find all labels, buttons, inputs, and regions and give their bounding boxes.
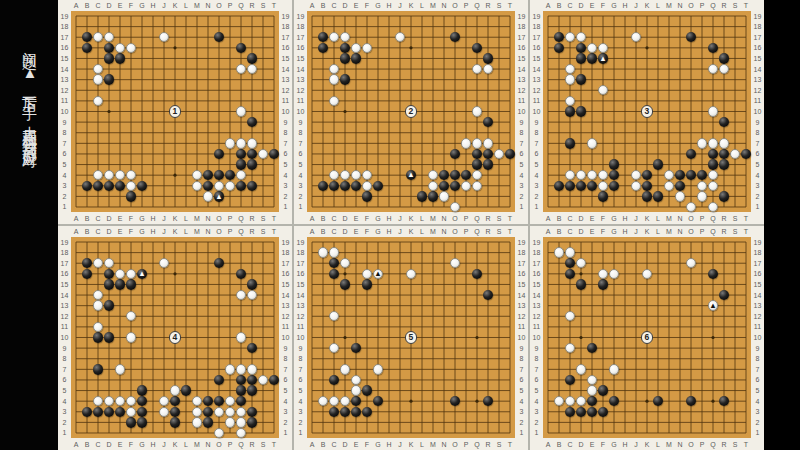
black-stone-C10 (565, 106, 575, 116)
coord-number-right: 5 (516, 161, 527, 168)
coord-letter-top: B (554, 228, 564, 235)
white-stone-Q3 (708, 181, 718, 191)
coord-letter-bottom: G (609, 441, 619, 448)
coord-number-left: 14 (531, 66, 542, 73)
coord-letter-top: M (192, 228, 202, 235)
black-stone-C3 (329, 181, 339, 191)
coord-letter-bottom: A (71, 215, 81, 222)
coord-letter-bottom: D (340, 215, 350, 222)
coord-number-left: 17 (59, 34, 70, 41)
coord-letter-bottom: E (587, 441, 597, 448)
coord-letter-top: O (214, 2, 224, 9)
black-stone-D13 (104, 300, 114, 310)
coord-letter-bottom: D (340, 441, 350, 448)
coord-letter-bottom: M (192, 441, 202, 448)
white-stone-E7 (115, 364, 125, 374)
coord-number-left: 9 (59, 119, 70, 126)
coord-letter-top: M (664, 228, 674, 235)
coord-number-right: 4 (752, 172, 763, 179)
coord-letter-top: M (664, 2, 674, 9)
black-stone-B3 (82, 407, 92, 417)
coord-letter-top: K (642, 228, 652, 235)
coord-letter-bottom: R (483, 215, 493, 222)
coord-number-right: 2 (280, 193, 291, 200)
coord-number-left: 18 (295, 23, 306, 30)
coord-number-left: 9 (531, 119, 542, 126)
white-stone-N2 (439, 191, 449, 201)
coord-number-left: 6 (59, 150, 70, 157)
coord-number-right: 13 (516, 76, 527, 83)
coord-number-right: 17 (280, 34, 291, 41)
white-stone-Q13: ▲ (708, 300, 718, 310)
coord-number-right: 6 (280, 376, 291, 383)
coord-letter-top: H (620, 228, 630, 235)
coord-number-left: 3 (59, 182, 70, 189)
triangle-mark: ▲ (598, 53, 608, 63)
black-stone-F15 (126, 279, 136, 289)
white-stone-M3 (192, 407, 202, 417)
white-stone-F3 (362, 181, 372, 191)
coord-number-left: 17 (295, 260, 306, 267)
coord-number-right: 11 (280, 97, 291, 104)
coord-letter-bottom: G (137, 215, 147, 222)
coord-letter-bottom: P (461, 215, 471, 222)
coord-letter-top: E (587, 2, 597, 9)
black-stone-N3 (439, 181, 449, 191)
coord-letter-top: D (340, 228, 350, 235)
coord-number-right: 10 (516, 334, 527, 341)
coord-number-left: 14 (59, 292, 70, 299)
black-stone-E3 (587, 181, 597, 191)
white-stone-C13 (93, 300, 103, 310)
white-stone-Q3 (472, 181, 482, 191)
coord-number-right: 14 (280, 66, 291, 73)
white-stone-R7 (483, 138, 493, 148)
coord-letter-bottom: S (494, 215, 504, 222)
coord-number-left: 13 (531, 302, 542, 309)
coord-number-left: 17 (531, 260, 542, 267)
coord-number-left: 14 (531, 292, 542, 299)
coord-letter-bottom: G (373, 441, 383, 448)
coord-number-right: 10 (516, 108, 527, 115)
coord-number-right: 6 (516, 376, 527, 383)
coord-number-left: 13 (531, 76, 542, 83)
black-stone-R5 (719, 159, 729, 169)
coord-letter-bottom: L (653, 441, 663, 448)
coord-letter-top: R (719, 228, 729, 235)
black-stone-R5 (247, 159, 257, 169)
coord-number-left: 7 (59, 366, 70, 373)
coord-letter-top: P (225, 228, 235, 235)
coord-letter-top: B (318, 228, 328, 235)
coord-letter-bottom: F (126, 441, 136, 448)
black-stone-E3 (115, 181, 125, 191)
black-stone-F3 (362, 407, 372, 417)
coord-letter-bottom: N (675, 441, 685, 448)
coord-letter-top: E (115, 2, 125, 9)
coord-letter-bottom: K (642, 215, 652, 222)
coord-letter-bottom: D (104, 441, 114, 448)
coord-letter-bottom: C (93, 441, 103, 448)
coord-letter-top: M (428, 2, 438, 9)
board-wood: ▲5 (307, 237, 515, 438)
coord-letter-bottom: C (565, 215, 575, 222)
coord-number-right: 2 (752, 419, 763, 426)
coord-letter-top: H (620, 2, 630, 9)
coord-letter-top: Q (236, 228, 246, 235)
coord-number-right: 5 (752, 161, 763, 168)
black-stone-F2 (598, 191, 608, 201)
coord-letter-bottom: S (258, 215, 268, 222)
black-stone-E15 (351, 53, 361, 63)
coord-letter-bottom: R (483, 441, 493, 448)
coord-letter-bottom: B (82, 441, 92, 448)
coord-number-right: 12 (516, 87, 527, 94)
black-stone-L5 (653, 159, 663, 169)
coord-number-left: 10 (531, 334, 542, 341)
board-wood: ▲1 (71, 11, 279, 212)
coord-letter-bottom: J (159, 215, 169, 222)
coord-letter-top: S (494, 2, 504, 9)
black-stone-R2 (719, 191, 729, 201)
coord-letter-top: G (609, 228, 619, 235)
problem-text: 问题：▲后下一手 大局观练习与局部应对 (20, 40, 39, 144)
go-board-4: AA1919BB1818CC1717DD1616EE1515FF1414GG13… (58, 226, 292, 450)
coord-letter-top: N (675, 2, 685, 9)
coord-letter-bottom: K (170, 441, 180, 448)
black-stone-F5 (362, 385, 372, 395)
coord-number-right: 7 (516, 140, 527, 147)
coord-number-left: 2 (531, 419, 542, 426)
black-stone-R2 (247, 417, 257, 427)
coord-letter-top: B (82, 228, 92, 235)
coord-letter-bottom: P (225, 441, 235, 448)
coord-number-right: 16 (516, 270, 527, 277)
coord-number-right: 17 (752, 260, 763, 267)
white-stone-O3 (214, 407, 224, 417)
coord-number-left: 8 (531, 355, 542, 362)
coord-letter-top: D (104, 2, 114, 9)
coord-number-left: 3 (531, 182, 542, 189)
coord-letter-bottom: F (598, 215, 608, 222)
coord-number-right: 2 (516, 193, 527, 200)
black-stone-E15 (115, 279, 125, 289)
coord-number-right: 6 (280, 150, 291, 157)
coord-number-right: 1 (752, 203, 763, 210)
coord-number-right: 14 (516, 292, 527, 299)
black-stone-L5 (181, 385, 191, 395)
coord-letter-top: O (686, 2, 696, 9)
coord-letter-bottom: B (318, 441, 328, 448)
coord-number-right: 19 (516, 239, 527, 246)
coord-number-right: 4 (280, 398, 291, 405)
black-stone-O3 (450, 181, 460, 191)
white-stone-B18 (554, 247, 564, 257)
coord-number-right: 15 (752, 281, 763, 288)
coord-number-right: 4 (752, 398, 763, 405)
coord-letter-bottom: O (686, 441, 696, 448)
coord-letter-bottom: P (461, 441, 471, 448)
coord-number-left: 9 (295, 345, 306, 352)
coord-number-left: 12 (59, 313, 70, 320)
coord-number-right: 9 (752, 119, 763, 126)
coord-number-left: 19 (531, 239, 542, 246)
coord-letter-bottom: S (730, 215, 740, 222)
coord-letter-top: L (181, 228, 191, 235)
coord-number-right: 10 (280, 334, 291, 341)
coord-number-right: 2 (516, 419, 527, 426)
diagram-number-1: 1 (169, 105, 182, 118)
coord-number-left: 10 (531, 108, 542, 115)
black-stone-N3 (203, 181, 213, 191)
coord-number-right: 15 (516, 281, 527, 288)
black-stone-D3 (340, 181, 350, 191)
coord-number-left: 14 (295, 292, 306, 299)
coord-number-left: 6 (295, 150, 306, 157)
coord-number-left: 10 (59, 334, 70, 341)
coord-number-left: 12 (59, 87, 70, 94)
white-stone-P3 (697, 181, 707, 191)
coord-letter-top: O (450, 228, 460, 235)
white-stone-P3 (225, 181, 235, 191)
coord-letter-top: P (461, 228, 471, 235)
coord-number-right: 3 (516, 182, 527, 189)
coord-letter-top: C (565, 2, 575, 9)
black-stone-F2 (126, 191, 136, 201)
coord-number-left: 9 (531, 345, 542, 352)
coord-number-right: 5 (280, 387, 291, 394)
coord-letter-bottom: P (697, 215, 707, 222)
coord-letter-bottom: T (741, 215, 751, 222)
coord-letter-bottom: H (148, 441, 158, 448)
coord-number-right: 16 (752, 270, 763, 277)
black-stone-O2: ▲ (214, 191, 224, 201)
coord-number-right: 15 (516, 55, 527, 62)
coord-number-left: 2 (531, 193, 542, 200)
coord-letter-top: P (697, 2, 707, 9)
coord-number-right: 17 (516, 260, 527, 267)
black-stone-D3 (340, 407, 350, 417)
coord-number-left: 15 (59, 55, 70, 62)
coord-number-right: 15 (752, 55, 763, 62)
coord-number-left: 12 (531, 87, 542, 94)
coord-letter-top: S (494, 228, 504, 235)
coord-letter-bottom: Q (472, 215, 482, 222)
white-stone-C18 (565, 247, 575, 257)
coord-letter-top: P (461, 2, 471, 9)
coord-number-left: 12 (295, 87, 306, 94)
coord-number-right: 10 (752, 334, 763, 341)
coord-number-right: 8 (752, 355, 763, 362)
white-stone-Q7 (236, 364, 246, 374)
coord-number-right: 2 (752, 193, 763, 200)
coord-letter-top: B (82, 2, 92, 9)
coord-number-right: 10 (280, 108, 291, 115)
board-wood: ▲2 (307, 11, 515, 212)
white-stone-P7 (697, 138, 707, 148)
coord-letter-top: T (269, 2, 279, 9)
coord-letter-top: R (719, 2, 729, 9)
coord-number-left: 5 (531, 161, 542, 168)
coord-number-right: 17 (280, 260, 291, 267)
black-stone-N2 (203, 417, 213, 427)
black-stone-C3 (329, 407, 339, 417)
black-stone-C7 (565, 138, 575, 148)
board-wood: ▲6 (543, 237, 751, 438)
coord-letter-top: F (598, 228, 608, 235)
coord-letter-top: S (258, 228, 268, 235)
coord-letter-bottom: E (351, 441, 361, 448)
coord-number-right: 11 (516, 323, 527, 330)
black-stone-D15 (576, 279, 586, 289)
black-stone-D13 (104, 74, 114, 84)
black-stone-D3 (576, 407, 586, 417)
coord-letter-bottom: Q (236, 215, 246, 222)
coord-letter-top: A (71, 2, 81, 9)
coord-number-left: 10 (59, 108, 70, 115)
coord-letter-bottom: P (225, 215, 235, 222)
coord-number-right: 19 (752, 239, 763, 246)
coord-letter-bottom: S (730, 441, 740, 448)
white-stone-G7 (373, 364, 383, 374)
coord-letter-top: Q (236, 2, 246, 9)
coord-number-left: 15 (531, 55, 542, 62)
coord-letter-bottom: E (351, 215, 361, 222)
coord-number-right: 8 (516, 355, 527, 362)
coord-number-right: 3 (280, 408, 291, 415)
coord-letter-top: S (258, 2, 268, 9)
coord-number-right: 4 (280, 172, 291, 179)
coord-letter-top: D (576, 2, 586, 9)
coord-letter-top: N (439, 2, 449, 9)
coord-number-left: 1 (59, 429, 70, 436)
coord-number-right: 3 (752, 182, 763, 189)
coord-letter-bottom: T (741, 441, 751, 448)
coord-number-right: 8 (516, 129, 527, 136)
coord-letter-bottom: O (686, 215, 696, 222)
coord-letter-bottom: O (214, 441, 224, 448)
go-board-2: AA1919BB1818CC1717DD1616EE1515FF1414GG13… (294, 0, 528, 224)
coord-number-right: 7 (280, 140, 291, 147)
coord-number-left: 9 (59, 345, 70, 352)
white-stone-M3 (428, 181, 438, 191)
coord-number-left: 14 (295, 66, 306, 73)
coord-number-left: 8 (295, 129, 306, 136)
coord-letter-bottom: C (329, 441, 339, 448)
coord-letter-bottom: L (417, 215, 427, 222)
coord-number-right: 10 (752, 108, 763, 115)
coord-number-right: 1 (752, 429, 763, 436)
coord-letter-bottom: R (247, 215, 257, 222)
black-stone-D15 (104, 53, 114, 63)
coord-number-left: 3 (531, 408, 542, 415)
coord-number-right: 18 (752, 23, 763, 30)
coord-number-left: 3 (295, 408, 306, 415)
coord-number-left: 1 (531, 203, 542, 210)
black-stone-D13 (340, 74, 350, 84)
black-stone-N3 (203, 407, 213, 417)
black-stone-C3 (93, 407, 103, 417)
coord-number-right: 12 (752, 313, 763, 320)
black-stone-R15 (247, 279, 257, 289)
coord-letter-bottom: H (148, 215, 158, 222)
coord-number-left: 11 (59, 323, 70, 330)
coord-number-left: 6 (59, 376, 70, 383)
coord-number-left: 13 (59, 76, 70, 83)
black-stone-E3 (587, 407, 597, 417)
coord-letter-top: K (642, 2, 652, 9)
coord-number-left: 11 (295, 97, 306, 104)
coord-number-left: 11 (59, 97, 70, 104)
coord-letter-bottom: J (395, 215, 405, 222)
white-stone-Q10 (236, 106, 246, 116)
coord-number-right: 9 (752, 345, 763, 352)
coord-letter-bottom: M (428, 441, 438, 448)
white-stone-Q7 (708, 138, 718, 148)
coord-letter-top: C (565, 228, 575, 235)
white-stone-R7 (719, 138, 729, 148)
coord-letter-top: A (307, 228, 317, 235)
coord-letter-bottom: J (631, 441, 641, 448)
coord-letter-bottom: Q (472, 441, 482, 448)
coord-number-left: 18 (531, 23, 542, 30)
coord-letter-bottom: L (181, 441, 191, 448)
coord-number-right: 16 (516, 44, 527, 51)
black-stone-G3 (609, 181, 619, 191)
coord-letter-top: B (554, 2, 564, 9)
coord-number-left: 16 (59, 44, 70, 51)
white-stone-P3 (461, 181, 471, 191)
coord-letter-top: D (104, 228, 114, 235)
coord-number-left: 15 (531, 281, 542, 288)
black-stone-K3 (170, 407, 180, 417)
black-stone-R15 (719, 53, 729, 63)
coord-letter-top: D (340, 2, 350, 9)
coord-letter-bottom: T (505, 215, 515, 222)
coord-letter-top: R (247, 2, 257, 9)
coord-letter-top: E (351, 2, 361, 9)
coord-letter-bottom: E (115, 215, 125, 222)
coord-letter-bottom: B (554, 441, 564, 448)
white-stone-C18 (329, 247, 339, 257)
coord-number-left: 19 (295, 239, 306, 246)
coord-letter-bottom: G (137, 441, 147, 448)
coord-letter-bottom: N (439, 215, 449, 222)
coord-letter-top: F (362, 228, 372, 235)
white-stone-C13 (329, 74, 339, 84)
coord-number-left: 8 (531, 129, 542, 136)
coord-letter-top: A (307, 2, 317, 9)
coord-letter-top: L (653, 2, 663, 9)
coord-letter-top: T (505, 228, 515, 235)
coord-number-right: 1 (516, 203, 527, 210)
diagram-number-2: 2 (405, 105, 418, 118)
coord-number-left: 7 (531, 140, 542, 147)
coord-number-right: 2 (280, 419, 291, 426)
coord-letter-top: L (417, 2, 427, 9)
coord-number-right: 18 (280, 249, 291, 256)
coord-letter-bottom: A (307, 215, 317, 222)
coord-number-right: 6 (752, 150, 763, 157)
coord-number-right: 16 (280, 270, 291, 277)
coord-letter-bottom: R (247, 441, 257, 448)
white-stone-R7 (247, 364, 257, 374)
black-stone-G5 (609, 159, 619, 169)
white-stone-F3 (598, 181, 608, 191)
coord-number-left: 6 (295, 376, 306, 383)
coord-number-right: 5 (280, 161, 291, 168)
coord-letter-bottom: L (653, 215, 663, 222)
